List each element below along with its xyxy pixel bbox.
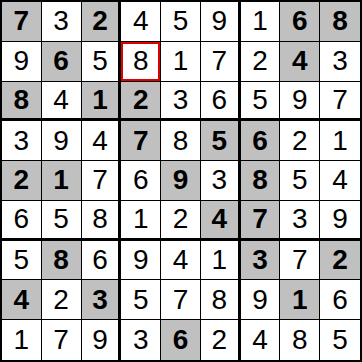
cell-r4c7[interactable]: 6 (241, 121, 281, 161)
cell-r2c5[interactable]: 1 (161, 42, 201, 82)
cell-r7c7[interactable]: 3 (241, 241, 281, 281)
cell-r4c5[interactable]: 8 (161, 121, 201, 161)
cell-r6c6[interactable]: 4 (201, 201, 241, 241)
cell-r5c6[interactable]: 3 (201, 161, 241, 201)
cell-r8c9[interactable]: 6 (320, 280, 360, 320)
cell-r9c7[interactable]: 4 (241, 320, 281, 360)
cell-r8c3[interactable]: 3 (82, 280, 122, 320)
cell-r8c7[interactable]: 9 (241, 280, 281, 320)
cell-r1c6[interactable]: 9 (201, 2, 241, 42)
cell-r2c7[interactable]: 2 (241, 42, 281, 82)
cell-r7c1[interactable]: 5 (2, 241, 42, 281)
cell-r4c9[interactable]: 1 (320, 121, 360, 161)
cell-r9c2[interactable]: 7 (42, 320, 82, 360)
cell-r6c7[interactable]: 7 (241, 201, 281, 241)
cell-r5c1[interactable]: 2 (2, 161, 42, 201)
cell-r8c1[interactable]: 4 (2, 280, 42, 320)
cell-r2c9[interactable]: 3 (320, 42, 360, 82)
cell-r2c6[interactable]: 7 (201, 42, 241, 82)
cell-r9c5[interactable]: 6 (161, 320, 201, 360)
cell-r3c6[interactable]: 6 (201, 82, 241, 122)
cell-r8c2[interactable]: 2 (42, 280, 82, 320)
cell-r1c2[interactable]: 3 (42, 2, 82, 42)
cell-r9c4[interactable]: 3 (121, 320, 161, 360)
cell-r4c3[interactable]: 4 (82, 121, 122, 161)
cell-r6c2[interactable]: 5 (42, 201, 82, 241)
cell-r2c1[interactable]: 9 (2, 42, 42, 82)
cell-r3c4[interactable]: 2 (121, 82, 161, 122)
cell-r5c4[interactable]: 6 (121, 161, 161, 201)
cell-r1c9[interactable]: 8 (320, 2, 360, 42)
cell-r4c4[interactable]: 7 (121, 121, 161, 161)
cell-r5c5[interactable]: 9 (161, 161, 201, 201)
cell-r4c8[interactable]: 2 (280, 121, 320, 161)
cell-r3c3[interactable]: 1 (82, 82, 122, 122)
cell-r2c8[interactable]: 4 (280, 42, 320, 82)
cell-r3c8[interactable]: 9 (280, 82, 320, 122)
cell-r1c5[interactable]: 5 (161, 2, 201, 42)
cell-r8c8[interactable]: 1 (280, 280, 320, 320)
cell-r7c8[interactable]: 7 (280, 241, 320, 281)
sudoku-board: 7324591689658172438412365973947856212176… (0, 0, 362, 362)
cell-r9c9[interactable]: 5 (320, 320, 360, 360)
cell-r3c1[interactable]: 8 (2, 82, 42, 122)
cell-r9c3[interactable]: 9 (82, 320, 122, 360)
cell-r1c1[interactable]: 7 (2, 2, 42, 42)
cell-r1c7[interactable]: 1 (241, 2, 281, 42)
cell-r6c3[interactable]: 8 (82, 201, 122, 241)
cell-r7c3[interactable]: 6 (82, 241, 122, 281)
cell-r9c8[interactable]: 8 (280, 320, 320, 360)
cell-r3c2[interactable]: 4 (42, 82, 82, 122)
cell-r7c5[interactable]: 4 (161, 241, 201, 281)
cell-r7c9[interactable]: 2 (320, 241, 360, 281)
cell-r7c4[interactable]: 9 (121, 241, 161, 281)
cell-r3c5[interactable]: 3 (161, 82, 201, 122)
cell-r5c2[interactable]: 1 (42, 161, 82, 201)
cell-r5c9[interactable]: 4 (320, 161, 360, 201)
cell-r7c6[interactable]: 1 (201, 241, 241, 281)
cell-r4c6[interactable]: 5 (201, 121, 241, 161)
cell-r1c3[interactable]: 2 (82, 2, 122, 42)
cell-r6c9[interactable]: 9 (320, 201, 360, 241)
cell-r8c4[interactable]: 5 (121, 280, 161, 320)
cell-r5c8[interactable]: 5 (280, 161, 320, 201)
cell-r7c2[interactable]: 8 (42, 241, 82, 281)
cell-r2c2[interactable]: 6 (42, 42, 82, 82)
cell-r3c7[interactable]: 5 (241, 82, 281, 122)
cell-r5c3[interactable]: 7 (82, 161, 122, 201)
cell-r6c1[interactable]: 6 (2, 201, 42, 241)
cell-r2c3[interactable]: 5 (82, 42, 122, 82)
cell-r1c8[interactable]: 6 (280, 2, 320, 42)
cell-r9c1[interactable]: 1 (2, 320, 42, 360)
cell-r8c6[interactable]: 8 (201, 280, 241, 320)
cell-r4c1[interactable]: 3 (2, 121, 42, 161)
cell-r5c7[interactable]: 8 (241, 161, 281, 201)
cell-r6c4[interactable]: 1 (121, 201, 161, 241)
cell-r6c8[interactable]: 3 (280, 201, 320, 241)
cell-r8c5[interactable]: 7 (161, 280, 201, 320)
cell-r3c9[interactable]: 7 (320, 82, 360, 122)
cell-r9c6[interactable]: 2 (201, 320, 241, 360)
cell-r1c4[interactable]: 4 (121, 2, 161, 42)
cell-r4c2[interactable]: 9 (42, 121, 82, 161)
cell-r2c4[interactable]: 8 (121, 42, 161, 82)
cell-r6c5[interactable]: 2 (161, 201, 201, 241)
